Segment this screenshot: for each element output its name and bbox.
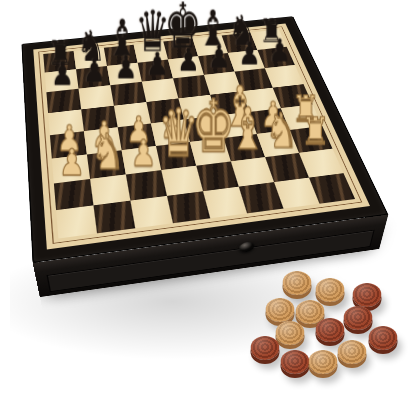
checker-wood[interactable] (283, 271, 312, 295)
checker-wood[interactable] (266, 298, 295, 322)
checker-wood[interactable] (316, 278, 345, 302)
product-photo: ♜♞♝♛♚♝♞♜♟♟♟♟♟♟♟♟♟♟♟♟♟♝♟♜♟♞♟♛♚♝♞♜ (0, 0, 416, 416)
checker-red[interactable] (344, 306, 373, 330)
checker-red[interactable] (316, 318, 345, 342)
checker-wood[interactable] (276, 321, 305, 345)
checker-red[interactable] (369, 326, 398, 350)
checkers-pieces (0, 0, 416, 416)
checker-red[interactable] (353, 283, 382, 307)
checker-wood[interactable] (309, 350, 338, 374)
checker-wood[interactable] (338, 340, 367, 364)
checker-red[interactable] (281, 350, 310, 374)
checker-red[interactable] (251, 336, 280, 360)
